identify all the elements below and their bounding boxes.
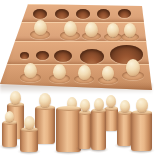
knob xyxy=(120,100,130,112)
knob xyxy=(94,98,104,110)
loose-cylinder-body xyxy=(91,110,106,150)
knob xyxy=(136,98,148,112)
knob xyxy=(106,95,116,107)
loose-cylinder-body xyxy=(20,129,38,152)
knob xyxy=(5,111,14,122)
knob xyxy=(24,116,35,129)
loose-cylinder-body xyxy=(117,112,132,146)
loose-cylinder-body xyxy=(131,112,152,151)
photo-scene xyxy=(0,0,160,155)
loose-cylinder-top xyxy=(57,106,81,111)
knob xyxy=(10,91,21,104)
loose-cylinder-body xyxy=(78,112,91,149)
knob xyxy=(80,99,90,111)
loose-cylinder-body xyxy=(2,122,17,147)
knob xyxy=(39,93,51,107)
loose-cylinder-body xyxy=(35,107,55,144)
loose-cylinder-body xyxy=(104,108,118,131)
